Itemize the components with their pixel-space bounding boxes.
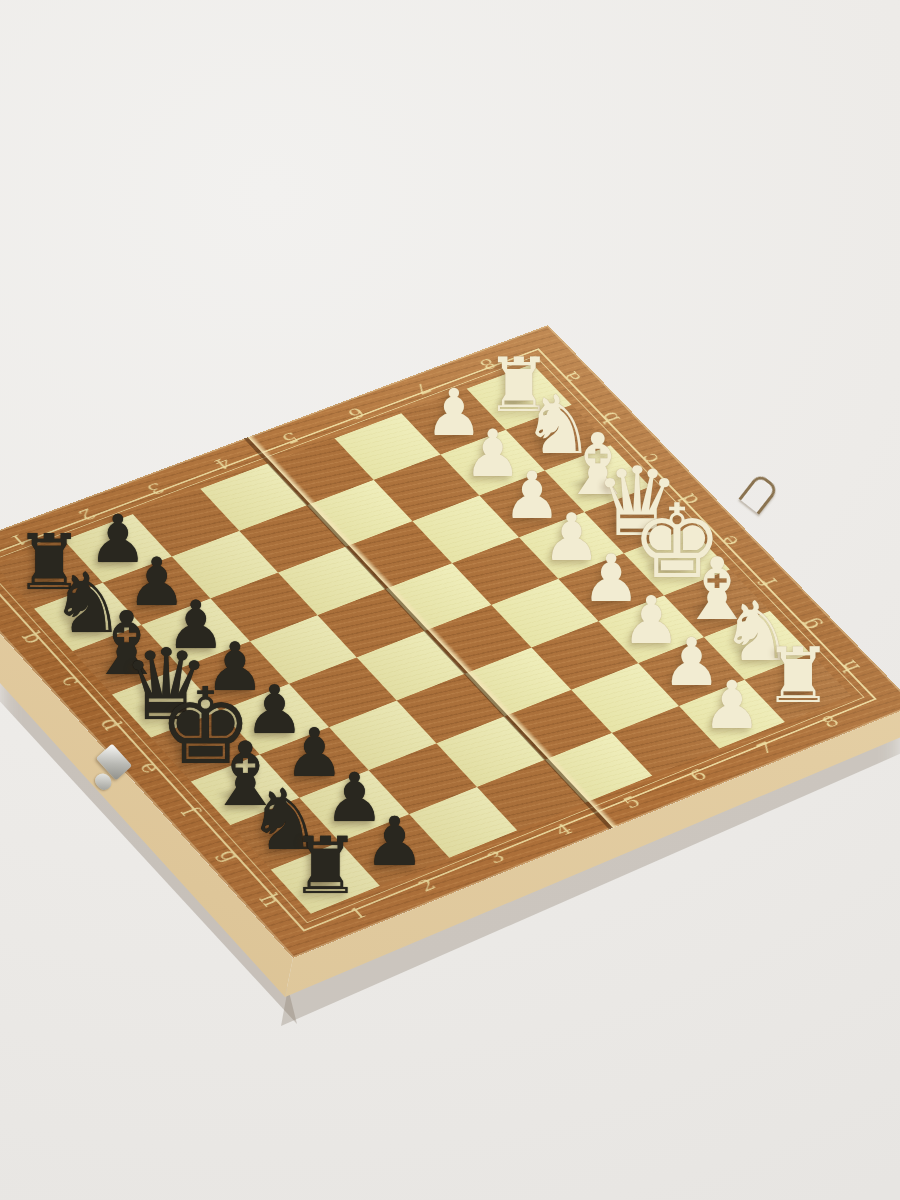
piece-white-rook-h8[interactable]: ♜: [760, 638, 836, 714]
rank-label-5: 5: [269, 425, 311, 452]
rank-label-5: 5: [610, 788, 654, 816]
piece-black-rook-h1[interactable]: ♜: [286, 827, 364, 906]
rank-label-3: 3: [474, 843, 518, 872]
rank-label-4: 4: [202, 450, 245, 477]
file-label-h: h: [247, 885, 291, 914]
rank-label-3: 3: [134, 475, 177, 502]
rank-label-4: 4: [542, 815, 586, 844]
clasp-latch: [92, 746, 138, 802]
product-photo-scene: aabbccddeeffgghh1122334455667788 ♜♞♝♛♚♝♞…: [0, 0, 900, 1200]
piece-black-pawn-h2[interactable]: ♟: [361, 808, 429, 876]
piece-white-pawn-h7[interactable]: ♟: [699, 673, 765, 739]
rank-label-6: 6: [677, 761, 720, 789]
rank-label-6: 6: [335, 400, 377, 426]
